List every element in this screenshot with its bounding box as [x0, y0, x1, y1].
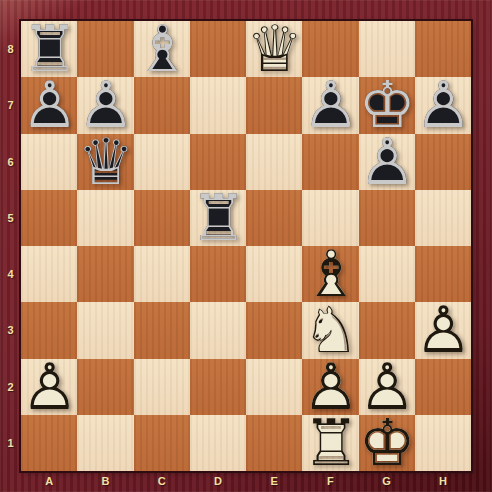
square-c8[interactable]: ♝♗ — [134, 21, 190, 77]
piece-outline-glyph: ♔ — [359, 415, 416, 471]
white-pawn[interactable]: ♟♙ — [415, 302, 471, 358]
piece-outline-glyph: ♗ — [134, 21, 191, 77]
rank-labels: 8 7 6 5 4 3 2 1 — [0, 21, 21, 471]
square-a4[interactable] — [21, 246, 77, 302]
square-e3[interactable] — [246, 302, 302, 358]
file-label-d: D — [190, 471, 246, 492]
piece-outline-glyph: ♙ — [21, 359, 78, 415]
rank-label-6: 6 — [0, 134, 21, 190]
file-label-c: C — [134, 471, 190, 492]
square-d1[interactable] — [190, 415, 246, 471]
piece-outline-glyph: ♙ — [21, 77, 78, 133]
square-g6[interactable]: ♟♙ — [359, 134, 415, 190]
file-label-a: A — [21, 471, 77, 492]
file-label-e: E — [246, 471, 302, 492]
square-b3[interactable] — [77, 302, 133, 358]
square-h1[interactable] — [415, 415, 471, 471]
file-label-b: B — [77, 471, 133, 492]
black-pawn[interactable]: ♟♙ — [302, 77, 358, 133]
square-c3[interactable] — [134, 302, 190, 358]
piece-outline-glyph: ♖ — [190, 190, 247, 246]
square-d5[interactable]: ♜♖ — [190, 190, 246, 246]
square-c5[interactable] — [134, 190, 190, 246]
black-bishop[interactable]: ♝♗ — [134, 21, 190, 77]
square-d2[interactable] — [190, 359, 246, 415]
rank-label-3: 3 — [0, 302, 21, 358]
rank-label-8: 8 — [0, 21, 21, 77]
piece-outline-glyph: ♖ — [302, 415, 359, 471]
chess-board: ♜♖♝♗♛♕♟♙♟♙♟♙♚♔♟♙♛♕♟♙♜♖♝♗♞♘♟♙♟♙♟♙♟♙♜♖♚♔ — [21, 21, 471, 471]
square-e8[interactable]: ♛♕ — [246, 21, 302, 77]
square-e4[interactable] — [246, 246, 302, 302]
square-g1[interactable]: ♚♔ — [359, 415, 415, 471]
square-f1[interactable]: ♜♖ — [302, 415, 358, 471]
square-e2[interactable] — [246, 359, 302, 415]
square-c2[interactable] — [134, 359, 190, 415]
rank-label-5: 5 — [0, 190, 21, 246]
square-d3[interactable] — [190, 302, 246, 358]
white-king[interactable]: ♚♔ — [359, 415, 415, 471]
black-pawn[interactable]: ♟♙ — [415, 77, 471, 133]
square-d8[interactable] — [190, 21, 246, 77]
square-g4[interactable] — [359, 246, 415, 302]
file-label-h: H — [415, 471, 471, 492]
white-queen[interactable]: ♛♕ — [246, 21, 302, 77]
white-rook[interactable]: ♜♖ — [302, 415, 358, 471]
square-b6[interactable]: ♛♕ — [77, 134, 133, 190]
rank-label-1: 1 — [0, 415, 21, 471]
square-b4[interactable] — [77, 246, 133, 302]
square-c6[interactable] — [134, 134, 190, 190]
square-b1[interactable] — [77, 415, 133, 471]
square-e6[interactable] — [246, 134, 302, 190]
square-e1[interactable] — [246, 415, 302, 471]
white-pawn[interactable]: ♟♙ — [21, 359, 77, 415]
piece-outline-glyph: ♙ — [302, 77, 359, 133]
square-h3[interactable]: ♟♙ — [415, 302, 471, 358]
square-a2[interactable]: ♟♙ — [21, 359, 77, 415]
square-c4[interactable] — [134, 246, 190, 302]
piece-outline-glyph: ♕ — [77, 134, 134, 190]
square-c1[interactable] — [134, 415, 190, 471]
square-h5[interactable] — [415, 190, 471, 246]
square-f7[interactable]: ♟♙ — [302, 77, 358, 133]
rank-label-7: 7 — [0, 77, 21, 133]
piece-outline-glyph: ♙ — [359, 134, 416, 190]
black-pawn[interactable]: ♟♙ — [359, 134, 415, 190]
square-h7[interactable]: ♟♙ — [415, 77, 471, 133]
rank-label-4: 4 — [0, 246, 21, 302]
rank-label-2: 2 — [0, 359, 21, 415]
piece-outline-glyph: ♙ — [415, 77, 472, 133]
square-a7[interactable]: ♟♙ — [21, 77, 77, 133]
board-frame: 8 7 6 5 4 3 2 1 ♜♖♝♗♛♕♟♙♟♙♟♙♚♔♟♙♛♕♟♙♜♖♝♗… — [0, 0, 492, 492]
square-d7[interactable] — [190, 77, 246, 133]
piece-outline-glyph: ♙ — [415, 302, 472, 358]
black-rook[interactable]: ♜♖ — [190, 190, 246, 246]
square-a5[interactable] — [21, 190, 77, 246]
piece-outline-glyph: ♕ — [246, 21, 303, 77]
black-pawn[interactable]: ♟♙ — [21, 77, 77, 133]
black-queen[interactable]: ♛♕ — [77, 134, 133, 190]
square-b2[interactable] — [77, 359, 133, 415]
square-e5[interactable] — [246, 190, 302, 246]
